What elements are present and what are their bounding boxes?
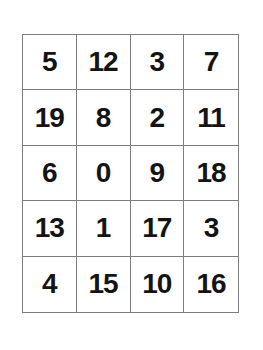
grid-cell-r4c4: 3	[184, 201, 238, 256]
page: 51237198211609181311734151016	[0, 0, 263, 350]
grid-cell-r2c3: 2	[131, 90, 185, 145]
grid-cell-r5c1: 4	[23, 257, 77, 312]
grid-cell-r1c3: 3	[131, 35, 185, 90]
grid-cell-r5c4: 16	[184, 257, 238, 312]
grid-cell-r1c2: 12	[77, 35, 131, 90]
grid-cell-r2c2: 8	[77, 90, 131, 145]
grid-cell-r5c3: 10	[131, 257, 185, 312]
grid-cell-r2c1: 19	[23, 90, 77, 145]
grid-cell-r5c2: 15	[77, 257, 131, 312]
grid-cell-r4c3: 17	[131, 201, 185, 256]
grid-cell-r3c2: 0	[77, 146, 131, 201]
grid-cell-r3c3: 9	[131, 146, 185, 201]
number-grid: 51237198211609181311734151016	[22, 34, 239, 313]
grid-cell-r1c4: 7	[184, 35, 238, 90]
grid-cell-r4c2: 1	[77, 201, 131, 256]
grid-cell-r2c4: 11	[184, 90, 238, 145]
grid-cell-r1c1: 5	[23, 35, 77, 90]
grid-cell-r3c1: 6	[23, 146, 77, 201]
grid-cell-r3c4: 18	[184, 146, 238, 201]
grid-cell-r4c1: 13	[23, 201, 77, 256]
